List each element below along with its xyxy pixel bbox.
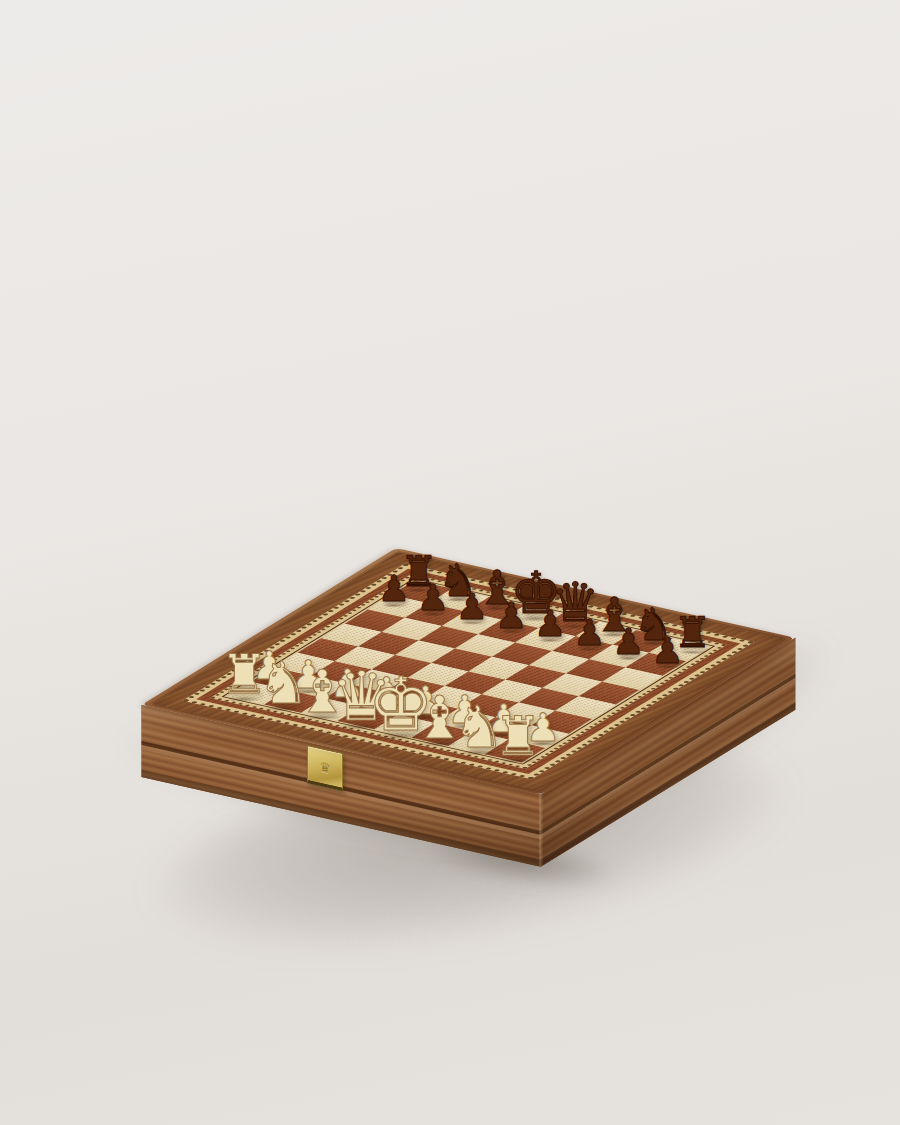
logo-emblem-icon: ♛	[319, 759, 331, 775]
brass-logo-plate: ♛	[307, 745, 343, 791]
scene: ♛ ♜♞♝♚♛♝♞♜♟♟♟♟♟♟♟♟♟♟♟♟♟♟♟♟♜♞♝♛♚♝♞♜	[0, 0, 900, 1125]
chess-grid	[227, 580, 709, 762]
